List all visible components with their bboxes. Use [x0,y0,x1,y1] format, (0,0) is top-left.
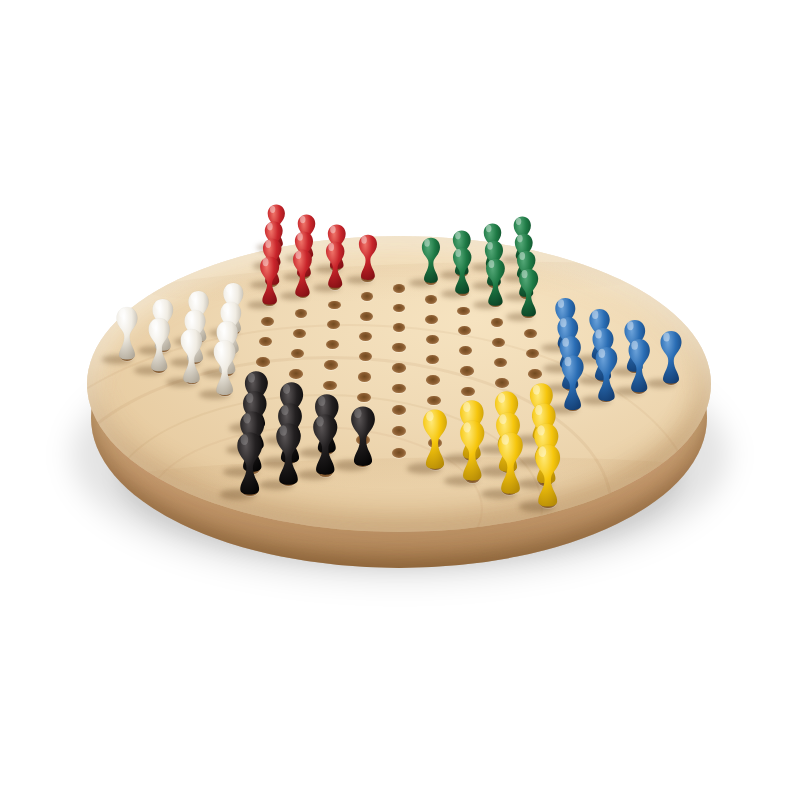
peg-highlight [516,218,521,225]
board-hole[interactable] [328,301,341,310]
peg-highlight [595,329,602,338]
board-hole[interactable] [360,312,373,321]
peg-highlight [267,223,273,231]
board-hole[interactable] [494,358,507,367]
board-hole[interactable] [426,335,439,344]
peg-white[interactable] [144,315,174,373]
peg-red[interactable] [256,254,283,306]
peg-highlight [262,258,268,266]
peg-highlight [464,422,471,432]
peg-blue[interactable] [656,328,686,385]
peg-white[interactable] [112,304,142,361]
peg-highlight [486,225,491,233]
peg-highlight [631,340,638,349]
peg-black[interactable] [232,429,267,496]
board-hole[interactable] [491,318,504,327]
board-hole[interactable] [495,378,509,388]
peg-highlight [184,330,191,339]
peg-highlight [521,270,527,278]
peg-highlight [226,284,232,293]
peg-highlight [361,236,367,244]
peg-highlight [265,240,271,248]
peg-highlight [533,385,540,395]
peg-highlight [217,342,224,351]
peg-highlight [500,414,507,424]
peg-highlight [487,242,493,250]
board-hole[interactable] [359,352,372,361]
peg-highlight [317,416,324,426]
board-hole[interactable] [259,337,272,346]
board-hole[interactable] [427,396,441,406]
board-hole[interactable] [295,309,308,318]
peg-highlight [663,332,670,341]
peg-highlight [318,396,325,406]
board-hole[interactable] [392,405,406,415]
peg-highlight [270,206,275,213]
peg-yellow[interactable] [418,406,452,471]
peg-highlight [562,337,569,346]
peg-white[interactable] [176,326,207,385]
peg-highlight [248,373,255,383]
peg-red[interactable] [355,232,381,281]
board-hole[interactable] [392,448,407,458]
board-hole[interactable] [256,357,270,367]
board-hole[interactable] [289,369,303,379]
peg-highlight [223,303,229,312]
chinese-checkers-photo [0,0,800,800]
peg-highlight [627,321,633,330]
board-hole[interactable] [460,366,474,376]
peg-highlight [191,292,197,301]
board-hole[interactable] [393,284,405,293]
board-hole[interactable] [492,338,505,347]
peg-highlight [329,243,335,251]
peg-black[interactable] [271,420,306,486]
peg-highlight [298,233,304,241]
peg-red[interactable] [322,239,348,289]
peg-yellow[interactable] [455,417,490,483]
peg-highlight [300,216,305,224]
peg-blue[interactable] [591,344,622,403]
board-hole[interactable] [327,320,340,329]
peg-highlight [243,413,250,423]
peg-red[interactable] [289,247,316,298]
peg-green[interactable] [482,256,509,307]
peg-black[interactable] [346,403,380,468]
peg-highlight [539,446,547,457]
peg-highlight [488,260,494,268]
peg-highlight [281,405,288,415]
peg-highlight [427,411,434,421]
peg-highlight [537,425,544,435]
peg-black[interactable] [308,411,343,477]
peg-highlight [498,393,505,403]
board-hole[interactable] [359,332,372,341]
peg-yellow[interactable] [493,429,528,495]
peg-highlight [187,311,194,320]
peg-highlight [330,226,336,234]
peg-highlight [558,299,564,308]
peg-blue[interactable] [624,336,654,394]
peg-highlight [283,384,290,394]
peg-highlight [279,425,287,436]
peg-highlight [296,251,302,259]
board-hole[interactable] [425,315,438,324]
board-hole[interactable] [261,317,274,326]
peg-white[interactable] [209,337,240,397]
board-hole[interactable] [392,426,406,436]
peg-highlight [119,308,126,317]
peg-highlight [220,322,227,331]
peg-highlight [241,434,249,445]
peg-green[interactable] [418,235,444,284]
peg-highlight [592,310,598,319]
peg-highlight [535,405,542,415]
peg-highlight [598,348,605,357]
peg-green[interactable] [515,266,542,318]
board-hole[interactable] [324,360,338,370]
peg-highlight [518,235,524,243]
peg-green[interactable] [449,245,475,295]
board-hole[interactable] [528,369,542,379]
peg-highlight [151,319,158,328]
board-hole[interactable] [392,363,406,373]
board-hole[interactable] [426,375,440,385]
peg-yellow[interactable] [530,441,565,508]
peg-highlight [560,318,566,327]
board-hole[interactable] [326,340,339,349]
peg-blue[interactable] [557,352,588,412]
peg-highlight [456,249,462,257]
peg-highlight [424,239,430,247]
peg-highlight [155,300,161,309]
peg-highlight [455,232,461,240]
peg-highlight [519,252,525,260]
peg-highlight [463,402,470,412]
board-hole[interactable] [392,343,405,352]
peg-highlight [565,357,572,366]
peg-highlight [246,393,253,403]
peg-highlight [501,434,509,445]
board-hole[interactable] [358,372,372,382]
peg-highlight [354,408,361,418]
board-hole[interactable] [293,329,306,338]
